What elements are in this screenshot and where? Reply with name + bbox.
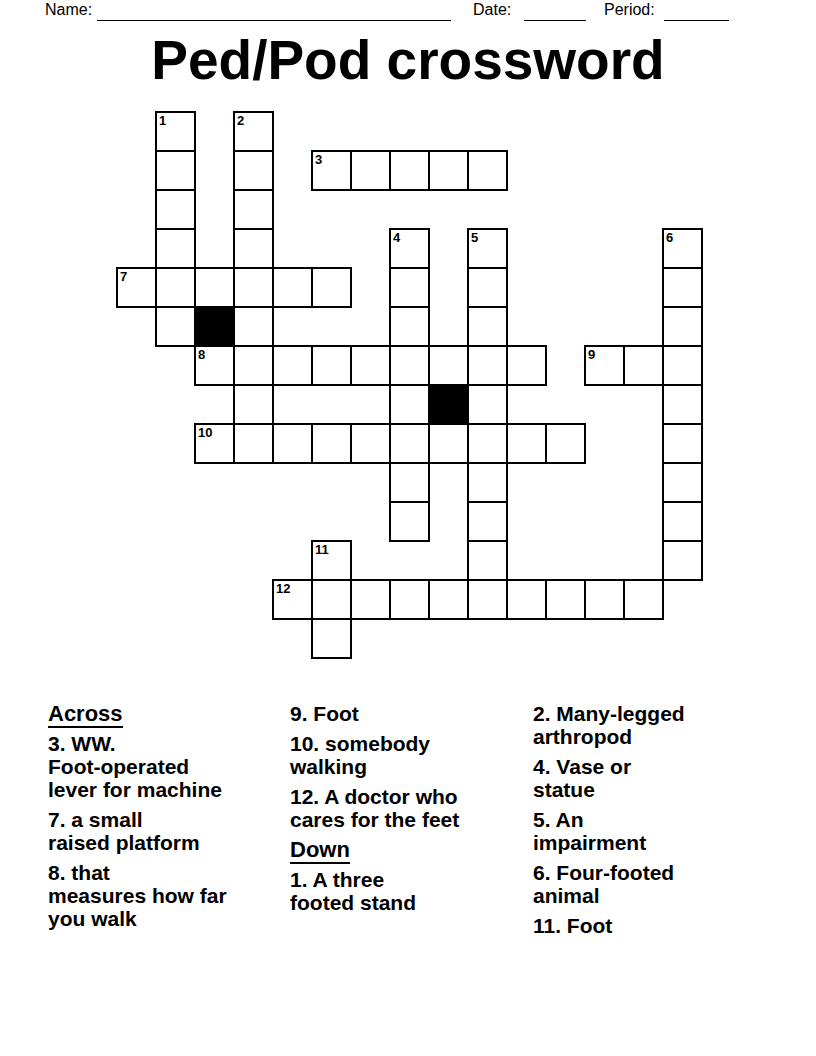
crossword-cell[interactable] [467,540,508,581]
crossword-cell[interactable] [350,345,391,386]
crossword-cell[interactable] [311,618,352,659]
crossword-cell[interactable] [467,462,508,503]
clue-number: 10 [198,425,212,440]
crossword-cell[interactable] [545,579,586,620]
crossword-cell[interactable] [350,150,391,191]
crossword-grid: 123456789101112 [116,111,706,663]
worksheet-title: Ped/Pod crossword [0,33,816,88]
crossword-cell[interactable] [389,462,430,503]
clue-d2: 2. Many-legged arthropod [533,702,778,748]
crossword-cell[interactable] [194,267,235,308]
crossword-cell[interactable] [428,579,469,620]
crossword-cell[interactable]: 7 [116,267,157,308]
clue-number: 4 [393,230,400,245]
crossword-cell[interactable] [155,189,196,230]
clue-number: 1 [159,113,166,128]
clue-number: 12 [276,581,290,596]
crossword-cell[interactable] [311,423,352,464]
clue-column-3: 2. Many-legged arthropod4. Vase or statu… [533,702,778,944]
across-heading: Across [48,702,123,728]
down-heading: Down [290,838,350,864]
crossword-cell[interactable] [428,150,469,191]
crossword-cell[interactable] [662,540,703,581]
clue-number: 5 [471,230,478,245]
blocked-cell [428,384,469,425]
crossword-cell[interactable] [233,384,274,425]
crossword-cell[interactable] [467,150,508,191]
crossword-cell[interactable] [155,228,196,269]
crossword-cell[interactable] [233,306,274,347]
crossword-cell[interactable] [155,306,196,347]
crossword-cell[interactable] [662,423,703,464]
name-blank[interactable] [97,2,451,21]
clue-number: 6 [666,230,673,245]
crossword-cell[interactable] [467,579,508,620]
crossword-cell[interactable] [233,189,274,230]
crossword-cell[interactable] [233,267,274,308]
crossword-cell[interactable]: 8 [194,345,235,386]
crossword-cell[interactable] [389,306,430,347]
clue-number: 2 [237,113,244,128]
crossword-cell[interactable]: 5 [467,228,508,269]
name-label: Name: [45,1,92,19]
clue-a12: 12. A doctor who cares for the feet [290,785,535,831]
crossword-cell[interactable] [389,384,430,425]
clue-d1: 1. A three footed stand [290,868,535,914]
crossword-cell[interactable] [467,423,508,464]
clue-a10: 10. somebody walking [290,732,535,778]
crossword-cell[interactable]: 4 [389,228,430,269]
crossword-cell[interactable] [233,345,274,386]
date-label: Date: [473,1,511,19]
crossword-cell[interactable] [662,501,703,542]
crossword-cell[interactable] [545,423,586,464]
crossword-cell[interactable] [311,267,352,308]
crossword-cell[interactable] [389,150,430,191]
crossword-cell[interactable] [467,267,508,308]
crossword-cell[interactable] [311,579,352,620]
crossword-cell[interactable] [662,462,703,503]
period-blank[interactable] [664,2,729,21]
blocked-cell [194,306,235,347]
crossword-cell[interactable]: 11 [311,540,352,581]
crossword-cell[interactable] [662,345,703,386]
crossword-cell[interactable] [389,501,430,542]
crossword-cell[interactable] [233,228,274,269]
crossword-cell[interactable] [467,345,508,386]
crossword-cell[interactable]: 3 [311,150,352,191]
clue-a3: 3. WW. Foot-operated lever for machine [48,732,293,801]
crossword-cell[interactable] [428,423,469,464]
clue-column-2: 9. Foot10. somebody walking12. A doctor … [290,702,535,921]
clue-d11: 11. Foot [533,914,778,937]
clue-d5: 5. An impairment [533,808,778,854]
clue-number: 8 [198,347,205,362]
crossword-cell[interactable] [662,384,703,425]
crossword-cell[interactable] [350,423,391,464]
crossword-cell[interactable] [389,345,430,386]
date-blank[interactable] [524,2,586,21]
crossword-cell[interactable] [623,579,664,620]
crossword-cell[interactable] [272,267,313,308]
crossword-cell[interactable] [311,345,352,386]
crossword-cell[interactable] [584,579,625,620]
clue-d6: 6. Four-footed animal [533,861,778,907]
period-label: Period: [604,1,655,19]
crossword-cell[interactable]: 1 [155,111,196,152]
crossword-cell[interactable] [155,267,196,308]
crossword-cell[interactable] [467,384,508,425]
clue-column-1: Across3. WW. Foot-operated lever for mac… [48,702,293,937]
clue-a9: 9. Foot [290,702,535,725]
crossword-cell[interactable]: 10 [194,423,235,464]
clue-a7: 7. a small raised platform [48,808,293,854]
clue-number: 9 [588,347,595,362]
crossword-cell[interactable] [389,423,430,464]
crossword-cell[interactable] [506,579,547,620]
crossword-cell[interactable] [467,306,508,347]
crossword-cell[interactable] [623,345,664,386]
crossword-cell[interactable] [428,345,469,386]
crossword-cell[interactable] [662,306,703,347]
crossword-cell[interactable]: 9 [584,345,625,386]
worksheet-page: Name: Date: Period: Ped/Pod crossword 12… [0,0,816,1056]
clue-number: 11 [315,542,329,557]
clue-number: 7 [120,269,127,284]
crossword-cell[interactable] [506,423,547,464]
crossword-cell[interactable] [272,345,313,386]
crossword-cell[interactable] [155,150,196,191]
crossword-cell[interactable]: 2 [233,111,274,152]
crossword-cell[interactable] [233,150,274,191]
crossword-cell[interactable] [506,345,547,386]
clue-d4: 4. Vase or statue [533,755,778,801]
crossword-cell[interactable] [389,267,430,308]
crossword-cell[interactable] [389,579,430,620]
crossword-cell[interactable] [467,501,508,542]
clue-number: 3 [315,152,322,167]
crossword-cell[interactable]: 6 [662,228,703,269]
crossword-cell[interactable] [272,423,313,464]
crossword-cell[interactable] [662,267,703,308]
crossword-cell[interactable] [233,423,274,464]
crossword-cell[interactable] [350,579,391,620]
clue-a8: 8. that measures how far you walk [48,861,293,930]
crossword-cell[interactable]: 12 [272,579,313,620]
